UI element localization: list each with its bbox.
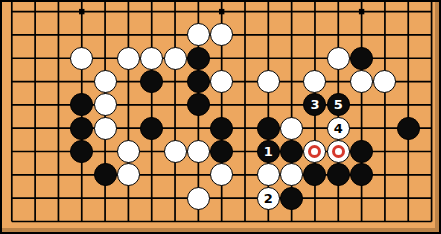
black-stone-7-4 — [140, 70, 163, 93]
white-stone-12-4 — [257, 70, 280, 93]
move-number-label: 3 — [310, 98, 319, 111]
white-stone-10-8 — [210, 163, 233, 186]
black-stone-4-7 — [70, 140, 93, 163]
move-number-label: 2 — [264, 192, 273, 205]
white-stone-6-7 — [117, 140, 140, 163]
black-stone-5-8 — [94, 163, 117, 186]
white-stone-14-7 — [303, 140, 326, 163]
black-stone-13-9 — [280, 187, 303, 210]
white-stone-16-4 — [350, 70, 373, 93]
white-stone-6-8 — [117, 163, 140, 186]
white-stone-15-3 — [327, 47, 350, 70]
black-stone-9-5 — [187, 93, 210, 116]
black-stone-13-7 — [280, 140, 303, 163]
frame-border-bottom — [0, 232, 441, 234]
stones-layer: 35412 — [0, 0, 441, 234]
black-stone-18-6 — [397, 117, 420, 140]
white-stone-9-2 — [187, 23, 210, 46]
black-stone-12-6 — [257, 117, 280, 140]
white-stone-17-4 — [373, 70, 396, 93]
black-stone-4-6 — [70, 117, 93, 140]
red-circle-marker — [308, 145, 321, 158]
move-number-label: 5 — [334, 98, 343, 111]
white-stone-13-8 — [280, 163, 303, 186]
move-number-label: 4 — [334, 122, 343, 135]
black-stone-16-7 — [350, 140, 373, 163]
black-stone-12-7: 1 — [257, 140, 280, 163]
white-stone-9-7 — [187, 140, 210, 163]
black-stone-16-8 — [350, 163, 373, 186]
white-stone-5-4 — [94, 70, 117, 93]
go-board-diagram: 35412 — [0, 0, 441, 234]
black-stone-9-4 — [187, 70, 210, 93]
white-stone-15-7 — [327, 140, 350, 163]
white-stone-10-4 — [210, 70, 233, 93]
black-stone-10-6 — [210, 117, 233, 140]
white-stone-8-3 — [164, 47, 187, 70]
white-stone-6-3 — [117, 47, 140, 70]
black-stone-7-6 — [140, 117, 163, 140]
frame-border-top — [0, 0, 441, 2]
black-stone-15-8 — [327, 163, 350, 186]
black-stone-14-8 — [303, 163, 326, 186]
frame-border-left — [0, 0, 2, 234]
white-stone-15-6: 4 — [327, 117, 350, 140]
white-stone-12-8 — [257, 163, 280, 186]
white-stone-5-5 — [94, 93, 117, 116]
white-stone-8-7 — [164, 140, 187, 163]
white-stone-7-3 — [140, 47, 163, 70]
white-stone-10-2 — [210, 23, 233, 46]
black-stone-15-5: 5 — [327, 93, 350, 116]
white-stone-9-9 — [187, 187, 210, 210]
red-circle-marker — [332, 145, 345, 158]
white-stone-12-9: 2 — [257, 187, 280, 210]
white-stone-14-4 — [303, 70, 326, 93]
white-stone-13-6 — [280, 117, 303, 140]
black-stone-16-3 — [350, 47, 373, 70]
move-number-label: 1 — [264, 145, 273, 158]
black-stone-10-7 — [210, 140, 233, 163]
black-stone-4-5 — [70, 93, 93, 116]
white-stone-5-6 — [94, 117, 117, 140]
white-stone-4-3 — [70, 47, 93, 70]
black-stone-9-3 — [187, 47, 210, 70]
black-stone-14-5: 3 — [303, 93, 326, 116]
